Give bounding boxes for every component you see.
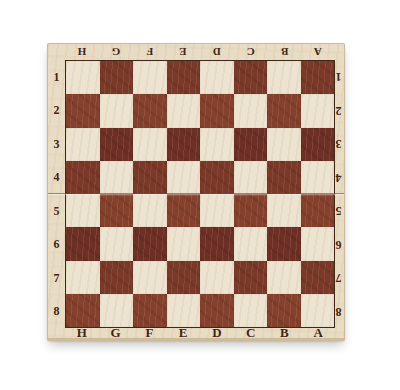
square-a6[interactable] (301, 227, 335, 260)
square-e4[interactable] (167, 161, 201, 194)
square-f5[interactable] (133, 194, 167, 227)
square-h1[interactable] (66, 61, 100, 94)
rank-labels-left: 12345678 (48, 60, 65, 328)
file-label-top-g: G (99, 44, 133, 60)
rank-label-left-2: 2 (48, 94, 65, 128)
square-b8[interactable] (267, 294, 301, 327)
square-d5[interactable] (200, 194, 234, 227)
square-h5[interactable] (66, 194, 100, 227)
square-h7[interactable] (66, 261, 100, 294)
square-e6[interactable] (167, 227, 201, 260)
file-label-top-h: H (65, 44, 99, 60)
square-c8[interactable] (234, 294, 268, 327)
square-h6[interactable] (66, 227, 100, 260)
board-playing-area (65, 60, 335, 328)
rank-label-left-1: 1 (48, 60, 65, 94)
square-h2[interactable] (66, 94, 100, 127)
file-label-top-c: C (234, 44, 268, 60)
rank-label-left-7: 7 (48, 261, 65, 295)
rank-label-left-8: 8 (48, 295, 65, 329)
square-f1[interactable] (133, 61, 167, 94)
square-f6[interactable] (133, 227, 167, 260)
file-label-top-d: D (200, 44, 234, 60)
square-a1[interactable] (301, 61, 335, 94)
square-c7[interactable] (234, 261, 268, 294)
square-f2[interactable] (133, 94, 167, 127)
square-b3[interactable] (267, 128, 301, 161)
photo-background: HGFEDCBA HGFEDCBA 12345678 12345678 (0, 0, 400, 390)
file-label-top-e: E (166, 44, 200, 60)
square-g5[interactable] (100, 194, 134, 227)
square-g6[interactable] (100, 227, 134, 260)
square-g2[interactable] (100, 94, 134, 127)
square-c2[interactable] (234, 94, 268, 127)
file-labels-top: HGFEDCBA (65, 44, 335, 60)
square-a5[interactable] (301, 194, 335, 227)
square-b2[interactable] (267, 94, 301, 127)
square-e1[interactable] (167, 61, 201, 94)
square-d3[interactable] (200, 128, 234, 161)
square-e8[interactable] (167, 294, 201, 327)
file-label-top-a: A (301, 44, 335, 60)
square-b4[interactable] (267, 161, 301, 194)
square-e7[interactable] (167, 261, 201, 294)
rank-label-left-4: 4 (48, 161, 65, 195)
square-d4[interactable] (200, 161, 234, 194)
square-d1[interactable] (200, 61, 234, 94)
square-g1[interactable] (100, 61, 134, 94)
square-f7[interactable] (133, 261, 167, 294)
square-a4[interactable] (301, 161, 335, 194)
square-g3[interactable] (100, 128, 134, 161)
square-g8[interactable] (100, 294, 134, 327)
square-c5[interactable] (234, 194, 268, 227)
square-h3[interactable] (66, 128, 100, 161)
square-c3[interactable] (234, 128, 268, 161)
square-b6[interactable] (267, 227, 301, 260)
square-f4[interactable] (133, 161, 167, 194)
square-e2[interactable] (167, 94, 201, 127)
square-f8[interactable] (133, 294, 167, 327)
square-b7[interactable] (267, 261, 301, 294)
square-c1[interactable] (234, 61, 268, 94)
square-c4[interactable] (234, 161, 268, 194)
square-e5[interactable] (167, 194, 201, 227)
square-a7[interactable] (301, 261, 335, 294)
square-a3[interactable] (301, 128, 335, 161)
file-label-top-f: F (133, 44, 167, 60)
square-h4[interactable] (66, 161, 100, 194)
square-h8[interactable] (66, 294, 100, 327)
rank-label-left-5: 5 (48, 194, 65, 228)
square-c6[interactable] (234, 227, 268, 260)
square-d7[interactable] (200, 261, 234, 294)
square-a2[interactable] (301, 94, 335, 127)
file-label-top-b: B (268, 44, 302, 60)
rank-label-left-6: 6 (48, 228, 65, 262)
square-e3[interactable] (167, 128, 201, 161)
square-b5[interactable] (267, 194, 301, 227)
square-f3[interactable] (133, 128, 167, 161)
rank-label-left-3: 3 (48, 127, 65, 161)
square-d6[interactable] (200, 227, 234, 260)
chessboard: HGFEDCBA HGFEDCBA 12345678 12345678 (47, 43, 345, 341)
square-g7[interactable] (100, 261, 134, 294)
square-b1[interactable] (267, 61, 301, 94)
square-a8[interactable] (301, 294, 335, 327)
square-g4[interactable] (100, 161, 134, 194)
square-d8[interactable] (200, 294, 234, 327)
square-d2[interactable] (200, 94, 234, 127)
